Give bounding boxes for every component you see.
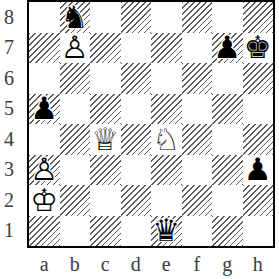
file-label-f: f — [182, 249, 213, 279]
rank-labels: 87654321 — [0, 2, 27, 246]
square-d4[interactable] — [121, 124, 152, 155]
square-f3[interactable] — [182, 155, 213, 186]
square-e6[interactable] — [151, 63, 182, 94]
square-f5[interactable] — [182, 94, 213, 125]
square-d3[interactable] — [121, 155, 152, 186]
square-g5[interactable] — [212, 94, 243, 125]
square-h6[interactable] — [243, 63, 274, 94]
square-f7[interactable] — [182, 33, 213, 64]
square-b6[interactable] — [60, 63, 91, 94]
square-b7[interactable]: ♙ — [60, 33, 91, 64]
square-g4[interactable] — [212, 124, 243, 155]
square-c6[interactable] — [90, 63, 121, 94]
square-d1[interactable] — [121, 216, 152, 247]
rank-label-2: 2 — [0, 185, 27, 216]
piece-white-knight-e4[interactable]: ♘ — [152, 124, 180, 155]
square-d7[interactable] — [121, 33, 152, 64]
rank-label-8: 8 — [0, 2, 27, 33]
file-label-e: e — [151, 249, 182, 279]
piece-white-pawn-a3[interactable]: ♙ — [30, 154, 58, 185]
file-label-c: c — [90, 249, 121, 279]
square-f8[interactable] — [182, 2, 213, 33]
rank-label-7: 7 — [0, 33, 27, 64]
square-d5[interactable] — [121, 94, 152, 125]
square-e8[interactable] — [151, 2, 182, 33]
piece-white-pawn-b7[interactable]: ♙ — [61, 32, 89, 63]
file-label-a: a — [29, 249, 60, 279]
piece-black-king-h7[interactable]: ♚ — [244, 32, 272, 63]
square-c4[interactable]: ♕ — [90, 124, 121, 155]
piece-black-pawn-g7[interactable]: ♟ — [213, 32, 241, 63]
square-c7[interactable] — [90, 33, 121, 64]
square-c5[interactable] — [90, 94, 121, 125]
rank-label-4: 4 — [0, 124, 27, 155]
piece-black-knight-b8[interactable]: ♞ — [61, 2, 89, 33]
square-g1[interactable] — [212, 216, 243, 247]
chess-board: ♞♙♟♚♟♕♘♙♟♔♛ — [27, 0, 275, 248]
square-a3[interactable]: ♙ — [29, 155, 60, 186]
chess-diagram: 87654321 ♞♙♟♚♟♕♘♙♟♔♛ abcdefgh — [0, 0, 279, 279]
square-a5[interactable]: ♟ — [29, 94, 60, 125]
square-g3[interactable] — [212, 155, 243, 186]
square-h3[interactable]: ♟ — [243, 155, 274, 186]
square-e7[interactable] — [151, 33, 182, 64]
piece-white-queen-c4[interactable]: ♕ — [91, 124, 119, 155]
square-g8[interactable] — [212, 2, 243, 33]
square-h1[interactable] — [243, 216, 274, 247]
file-label-g: g — [212, 249, 243, 279]
square-b4[interactable] — [60, 124, 91, 155]
file-label-d: d — [121, 249, 152, 279]
square-f4[interactable] — [182, 124, 213, 155]
square-e1[interactable]: ♛ — [151, 216, 182, 247]
file-labels: abcdefgh — [29, 249, 273, 279]
square-e2[interactable] — [151, 185, 182, 216]
square-h2[interactable] — [243, 185, 274, 216]
rank-label-6: 6 — [0, 63, 27, 94]
square-g2[interactable] — [212, 185, 243, 216]
square-a1[interactable] — [29, 216, 60, 247]
square-h7[interactable]: ♚ — [243, 33, 274, 64]
square-b1[interactable] — [60, 216, 91, 247]
rank-label-3: 3 — [0, 155, 27, 186]
square-c2[interactable] — [90, 185, 121, 216]
square-b8[interactable]: ♞ — [60, 2, 91, 33]
square-d2[interactable] — [121, 185, 152, 216]
file-label-h: h — [243, 249, 274, 279]
square-b5[interactable] — [60, 94, 91, 125]
square-e3[interactable] — [151, 155, 182, 186]
square-d6[interactable] — [121, 63, 152, 94]
square-e5[interactable] — [151, 94, 182, 125]
square-f2[interactable] — [182, 185, 213, 216]
square-g7[interactable]: ♟ — [212, 33, 243, 64]
square-f6[interactable] — [182, 63, 213, 94]
square-h8[interactable] — [243, 2, 274, 33]
square-a6[interactable] — [29, 63, 60, 94]
rank-label-1: 1 — [0, 216, 27, 247]
square-b2[interactable] — [60, 185, 91, 216]
square-f1[interactable] — [182, 216, 213, 247]
file-label-b: b — [60, 249, 91, 279]
square-c8[interactable] — [90, 2, 121, 33]
piece-black-queen-e1[interactable]: ♛ — [152, 215, 180, 246]
square-a4[interactable] — [29, 124, 60, 155]
square-e4[interactable]: ♘ — [151, 124, 182, 155]
square-b3[interactable] — [60, 155, 91, 186]
square-h5[interactable] — [243, 94, 274, 125]
piece-black-pawn-h3[interactable]: ♟ — [244, 154, 272, 185]
square-a2[interactable]: ♔ — [29, 185, 60, 216]
piece-black-pawn-a5[interactable]: ♟ — [30, 93, 58, 124]
square-h4[interactable] — [243, 124, 274, 155]
square-d8[interactable] — [121, 2, 152, 33]
square-g6[interactable] — [212, 63, 243, 94]
square-a7[interactable] — [29, 33, 60, 64]
square-c1[interactable] — [90, 216, 121, 247]
square-c3[interactable] — [90, 155, 121, 186]
rank-label-5: 5 — [0, 94, 27, 125]
piece-white-king-a2[interactable]: ♔ — [30, 185, 58, 216]
square-a8[interactable] — [29, 2, 60, 33]
